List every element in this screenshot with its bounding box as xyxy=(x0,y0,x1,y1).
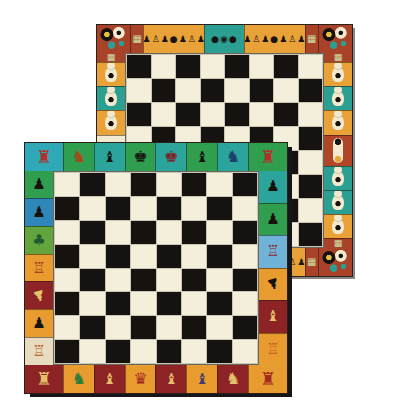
border-cell-eyes: ●◉● xyxy=(204,25,244,53)
grid-icon: ▦ xyxy=(334,53,343,62)
border-cell-spearman: ♟ xyxy=(25,198,53,226)
border-cell-doll xyxy=(324,214,352,238)
square-light[interactable] xyxy=(106,269,130,292)
left-border-strip: ♟♟♣♖♟♟♖ xyxy=(25,171,53,365)
corner-br-ornament xyxy=(318,248,352,276)
border-cell-jester: ♝ xyxy=(186,143,217,171)
square-dark[interactable] xyxy=(207,292,231,315)
archer-icon: ♟ xyxy=(266,212,279,227)
product-photo-two-sided-game-board: ▦♟♙♟●♟♙♟●◉●♟♙♟●♟♙♟▦▦◉▦▦▦▦♟♙♟●♟♙♟●◉●♟♙♟●♟… xyxy=(0,0,416,416)
pieces-icon: ♟♙♟●♟♙♟ xyxy=(244,35,305,44)
square-dark[interactable] xyxy=(233,221,257,244)
border-cell-totem xyxy=(324,135,352,166)
square-light[interactable] xyxy=(299,151,323,174)
right-border-strip: ♟♟♖♟♝♖ xyxy=(259,171,287,365)
doll-icon xyxy=(332,115,344,130)
square-dark[interactable] xyxy=(106,245,130,268)
square-dark[interactable] xyxy=(131,269,155,292)
square-dark[interactable] xyxy=(131,316,155,339)
border-cell-pieces: ♟♙♟●♟♙♟ xyxy=(244,25,305,53)
square-light[interactable] xyxy=(80,245,104,268)
square-dark[interactable] xyxy=(55,340,79,363)
jester-icon: ♝ xyxy=(103,372,116,387)
border-cell-knight: ♞ xyxy=(217,143,248,171)
border-cell-spearman: ♟ xyxy=(25,309,53,337)
square-light[interactable] xyxy=(182,245,206,268)
square-dark[interactable] xyxy=(131,221,155,244)
square-light[interactable] xyxy=(106,221,130,244)
border-cell-archer: ♟ xyxy=(25,171,53,198)
square-light[interactable] xyxy=(182,340,206,363)
doll-icon xyxy=(332,67,344,82)
archer-icon: ♟ xyxy=(32,177,45,192)
spearman-icon: ♟ xyxy=(32,205,45,220)
square-dark[interactable] xyxy=(80,269,104,292)
square-dark[interactable] xyxy=(225,55,249,78)
square-dark[interactable] xyxy=(182,316,206,339)
border-cell-knight: ♞ xyxy=(63,143,94,171)
square-light[interactable] xyxy=(152,55,176,78)
jester-icon: ♝ xyxy=(103,150,116,165)
border-cell-acrobat: ♟ xyxy=(25,281,53,309)
square-light[interactable] xyxy=(201,103,225,126)
square-dark[interactable] xyxy=(274,103,298,126)
grid-icon: ▦ xyxy=(334,239,343,248)
square-dark[interactable] xyxy=(106,340,130,363)
square-dark[interactable] xyxy=(299,79,323,102)
square-light[interactable] xyxy=(233,197,257,220)
pieces-icon: ♟♙♟●♟♙♟ xyxy=(143,35,204,44)
jester-icon: ♝ xyxy=(266,309,279,324)
square-light[interactable] xyxy=(207,269,231,292)
jester-icon: ♝ xyxy=(196,150,209,165)
square-light[interactable] xyxy=(225,79,249,102)
square-light[interactable] xyxy=(106,316,130,339)
border-cell-doll xyxy=(324,166,352,190)
jester-icon: ♝ xyxy=(196,372,209,387)
checkerboard-8x8 xyxy=(53,171,259,365)
border-cell-doll xyxy=(324,190,352,214)
corner-tl-castle: ♜ xyxy=(25,143,63,171)
front-game-board: ♜♞♝♚♚♝♞♜♟♟♣♖♟♟♖♟♟♖♟♝♖♜♞♝♛♝♝♞♜ xyxy=(24,142,288,394)
spearman-icon: ♟ xyxy=(266,179,279,194)
square-dark[interactable] xyxy=(299,223,323,246)
border-cell-pieces: ♟♙♟●♟♙♟ xyxy=(143,25,204,53)
square-light[interactable] xyxy=(182,292,206,315)
corner-tl-ornament xyxy=(97,25,130,53)
acrobat-icon: ♟ xyxy=(31,287,47,304)
knight-icon: ♞ xyxy=(72,149,86,165)
square-dark[interactable] xyxy=(299,127,323,150)
border-cell-grid: ▦ xyxy=(305,248,318,276)
totem-icon xyxy=(333,138,343,163)
corner-tr-ornament xyxy=(318,25,352,53)
square-light[interactable] xyxy=(106,173,130,196)
knight-icon: ♞ xyxy=(226,371,240,387)
square-dark[interactable] xyxy=(233,316,257,339)
border-cell-spearman: ♟ xyxy=(259,171,287,203)
acrobat-icon: ♟ xyxy=(265,276,281,293)
castle-icon: ♜ xyxy=(36,370,52,388)
border-cell-tower: ♖ xyxy=(259,235,287,268)
square-dark[interactable] xyxy=(131,173,155,196)
bottom-border-strip: ♜♞♝♛♝♝♞♜ xyxy=(25,365,287,393)
square-dark[interactable] xyxy=(207,245,231,268)
bishop-icon: ♝ xyxy=(165,372,178,387)
square-light[interactable] xyxy=(157,269,181,292)
eyes-icon: ●◉● xyxy=(211,35,238,44)
square-dark[interactable] xyxy=(207,340,231,363)
knight-icon: ♞ xyxy=(226,149,240,165)
square-light[interactable] xyxy=(131,197,155,220)
border-cell-archer: ♟ xyxy=(259,203,287,236)
square-light[interactable] xyxy=(157,173,181,196)
doll-icon xyxy=(105,91,117,106)
square-light[interactable] xyxy=(299,103,323,126)
grid-icon: ▦ xyxy=(132,34,141,44)
square-dark[interactable] xyxy=(176,55,200,78)
grid-icon: ▦ xyxy=(307,34,316,44)
square-light[interactable] xyxy=(176,79,200,102)
border-cell-queen: ♛ xyxy=(125,365,156,393)
square-dark[interactable] xyxy=(157,292,181,315)
tower-icon: ♖ xyxy=(266,342,279,357)
square-dark[interactable] xyxy=(182,173,206,196)
square-dark[interactable] xyxy=(207,197,231,220)
top-border-strip: ♜♞♝♚♚♝♞♜ xyxy=(25,143,287,171)
tower-icon: ♖ xyxy=(32,261,45,276)
border-cell-tower: ♖ xyxy=(25,254,53,282)
border-cell-doll xyxy=(97,110,125,134)
square-dark[interactable] xyxy=(106,197,130,220)
doll-icon xyxy=(105,67,117,82)
grid-icon: ▦ xyxy=(307,257,316,267)
square-dark[interactable] xyxy=(176,103,200,126)
square-dark[interactable] xyxy=(233,269,257,292)
grid-icon: ▦ xyxy=(107,53,116,62)
square-dark[interactable] xyxy=(157,340,181,363)
border-cell-grid: ▦ xyxy=(130,25,143,53)
square-dark[interactable] xyxy=(182,221,206,244)
border-cell-king: ♚ xyxy=(155,143,186,171)
square-dark[interactable] xyxy=(55,292,79,315)
border-cell-jester: ♝ xyxy=(94,365,125,393)
border-cell-doll xyxy=(324,86,352,110)
square-dark[interactable] xyxy=(55,245,79,268)
top-border-strip: ▦♟♙♟●♟♙♟●◉●♟♙♟●♟♙♟▦ xyxy=(97,25,352,53)
border-cell-acrobat: ♟ xyxy=(259,268,287,301)
border-cell-grid: ▦ xyxy=(97,53,125,62)
border-cell-tower: ♖ xyxy=(259,333,287,366)
square-light[interactable] xyxy=(55,173,79,196)
square-dark[interactable] xyxy=(201,79,225,102)
square-light[interactable] xyxy=(80,340,104,363)
corner-bl-castle: ♜ xyxy=(25,365,63,393)
castle-icon: ♜ xyxy=(260,148,276,166)
border-cell-knight: ♞ xyxy=(63,365,94,393)
doll-icon xyxy=(332,219,344,234)
square-dark[interactable] xyxy=(157,245,181,268)
square-light[interactable] xyxy=(131,292,155,315)
king-icon: ♚ xyxy=(133,149,147,165)
border-cell-tower: ♖ xyxy=(25,337,53,365)
square-light[interactable] xyxy=(152,103,176,126)
square-dark[interactable] xyxy=(127,103,151,126)
doll-icon xyxy=(332,91,344,106)
spearman-icon: ♟ xyxy=(32,316,45,331)
square-light[interactable] xyxy=(207,173,231,196)
border-cell-tree: ♣ xyxy=(25,226,53,254)
border-cell-grid: ▦ xyxy=(305,25,318,53)
border-cell-bishop: ♝ xyxy=(155,365,186,393)
square-dark[interactable] xyxy=(182,269,206,292)
queen-icon: ♛ xyxy=(133,371,147,387)
square-light[interactable] xyxy=(201,55,225,78)
square-light[interactable] xyxy=(55,316,79,339)
square-light[interactable] xyxy=(233,340,257,363)
square-dark[interactable] xyxy=(80,316,104,339)
castle-icon: ♜ xyxy=(260,370,276,388)
corner-br-castle: ♜ xyxy=(248,365,287,393)
doll-icon xyxy=(332,195,344,210)
doll-icon xyxy=(332,171,344,186)
doll-icon xyxy=(105,115,117,130)
square-dark[interactable] xyxy=(299,175,323,198)
square-dark[interactable] xyxy=(152,79,176,102)
square-light[interactable] xyxy=(250,55,274,78)
square-light[interactable] xyxy=(233,245,257,268)
border-cell-doll xyxy=(324,62,352,86)
border-cell-doll xyxy=(97,86,125,110)
square-dark[interactable] xyxy=(157,197,181,220)
square-light[interactable] xyxy=(80,197,104,220)
square-dark[interactable] xyxy=(106,292,130,315)
border-cell-doll xyxy=(97,62,125,86)
square-dark[interactable] xyxy=(55,197,79,220)
border-cell-jester: ♝ xyxy=(259,300,287,333)
square-dark[interactable] xyxy=(80,221,104,244)
corner-tr-castle: ♜ xyxy=(248,143,287,171)
square-light[interactable] xyxy=(80,292,104,315)
square-dark[interactable] xyxy=(233,173,257,196)
king-icon: ♚ xyxy=(164,149,178,165)
square-light[interactable] xyxy=(233,292,257,315)
square-light[interactable] xyxy=(127,79,151,102)
square-light[interactable] xyxy=(274,79,298,102)
right-border-strip: ▦▦ xyxy=(324,53,352,248)
square-light[interactable] xyxy=(299,55,323,78)
border-cell-jester: ♝ xyxy=(186,365,217,393)
square-light[interactable] xyxy=(250,103,274,126)
square-light[interactable] xyxy=(131,340,155,363)
square-dark[interactable] xyxy=(274,55,298,78)
tree-icon: ♣ xyxy=(32,233,45,248)
knight-icon: ♞ xyxy=(72,371,86,387)
square-dark[interactable] xyxy=(80,173,104,196)
border-cell-jester: ♝ xyxy=(94,143,125,171)
border-cell-grid: ▦ xyxy=(324,238,352,248)
square-dark[interactable] xyxy=(127,55,151,78)
border-cell-grid: ▦ xyxy=(324,53,352,62)
border-cell-knight: ♞ xyxy=(217,365,248,393)
tower-icon: ♖ xyxy=(266,244,279,259)
square-light[interactable] xyxy=(55,221,79,244)
square-light[interactable] xyxy=(207,221,231,244)
square-dark[interactable] xyxy=(225,103,249,126)
square-light[interactable] xyxy=(55,269,79,292)
castle-icon: ♜ xyxy=(36,148,52,166)
border-cell-doll xyxy=(324,110,352,134)
tower-icon: ♖ xyxy=(32,344,45,359)
square-light[interactable] xyxy=(299,199,323,222)
square-light[interactable] xyxy=(157,316,181,339)
square-light[interactable] xyxy=(131,245,155,268)
border-cell-king: ♚ xyxy=(125,143,156,171)
square-light[interactable] xyxy=(207,316,231,339)
square-light[interactable] xyxy=(182,197,206,220)
square-dark[interactable] xyxy=(250,79,274,102)
square-light[interactable] xyxy=(157,221,181,244)
